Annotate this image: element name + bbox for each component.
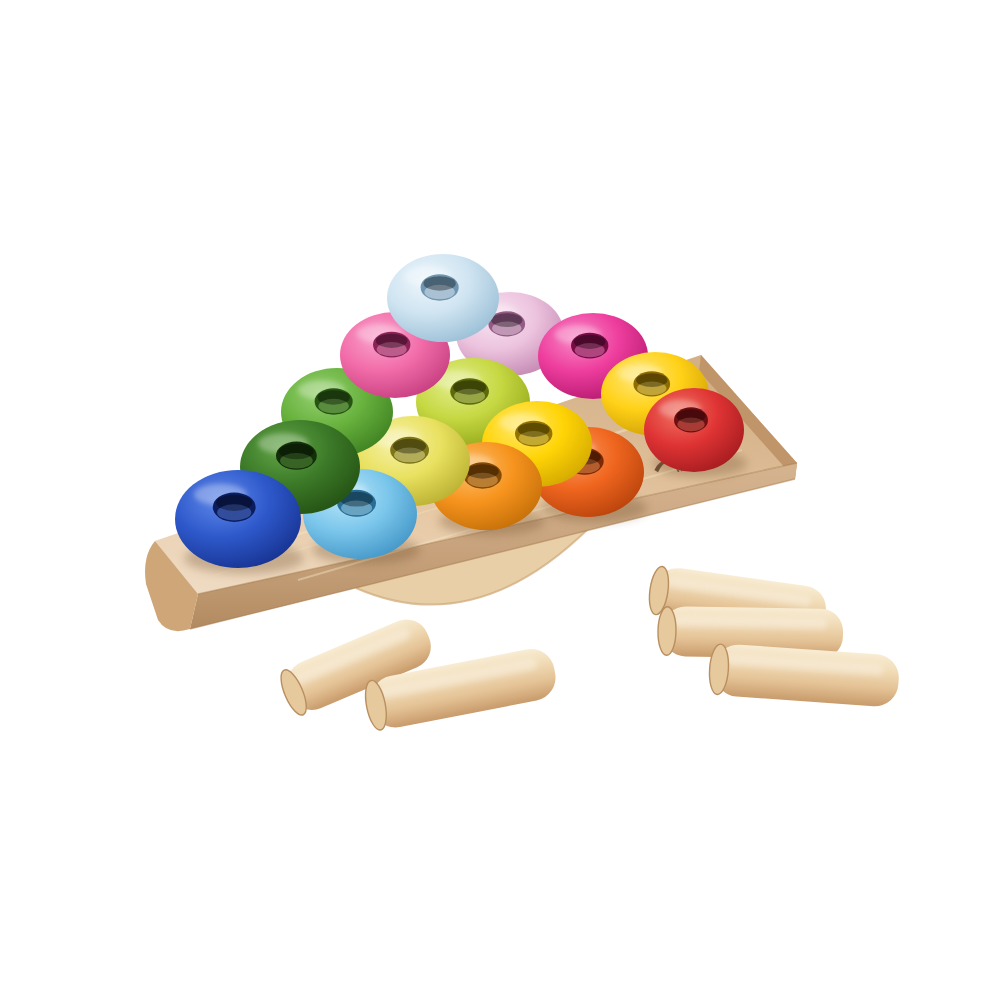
ring-blue[interactable] — [175, 470, 301, 568]
ring-red[interactable] — [644, 388, 744, 472]
product-photo: Classic World — [0, 0, 1000, 1000]
ring-pyramid — [175, 254, 744, 568]
balance-game-scene: Classic World — [0, 0, 1000, 1000]
peg-right-5[interactable] — [708, 643, 901, 708]
peg-end-cap — [658, 607, 677, 656]
ring-light-blue[interactable] — [387, 254, 499, 342]
